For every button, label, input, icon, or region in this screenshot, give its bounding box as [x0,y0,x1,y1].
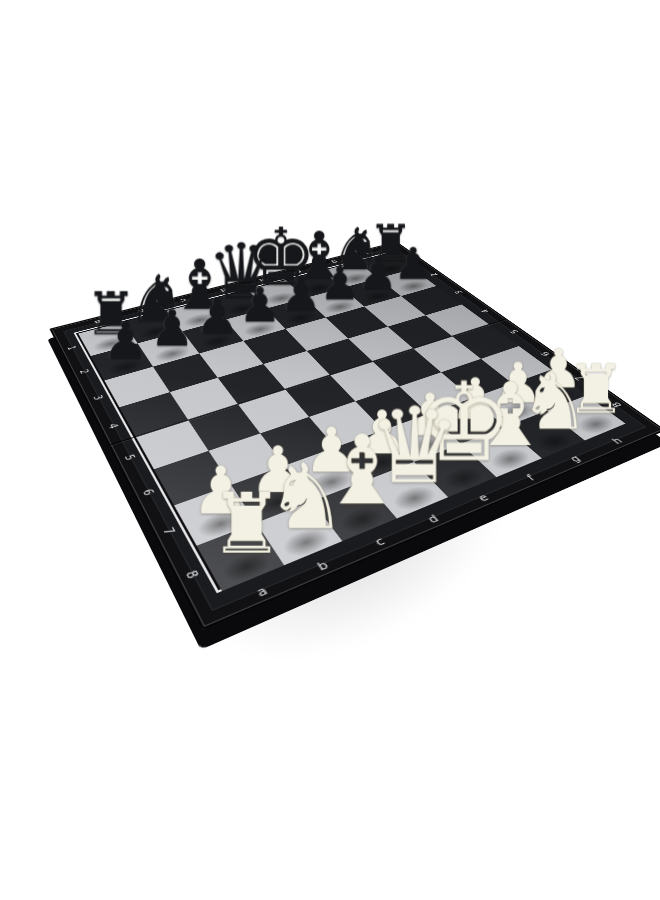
white-rook-glyph: ♜ [186,483,307,566]
page-background: 12345678 12345678 abcdefgh abcdefgh ♜♞♝♛… [0,0,660,900]
